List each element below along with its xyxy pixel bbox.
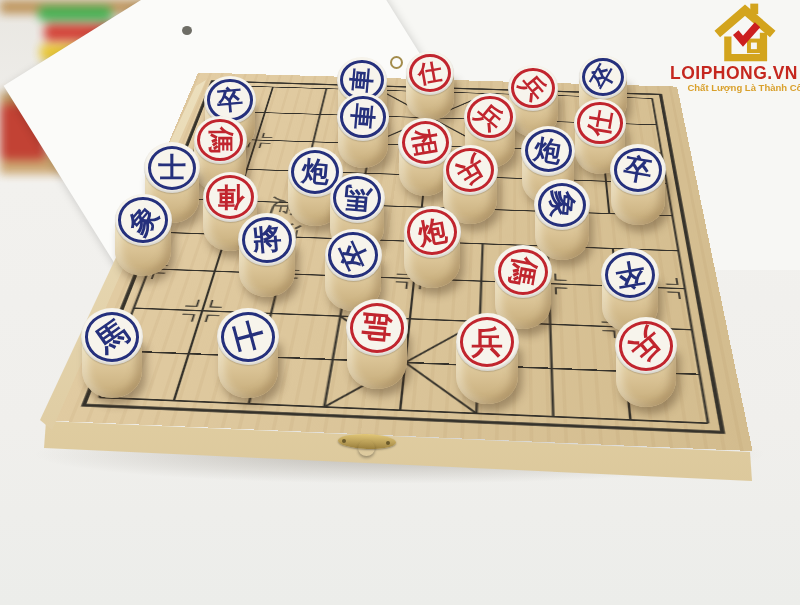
watermark: LOIPHONG.VN Chất Lượng Là Thành Công xyxy=(630,0,800,112)
toy-blur xyxy=(38,6,112,21)
panel-hanging-hole xyxy=(182,26,192,35)
latch-knob xyxy=(358,440,375,456)
house-logo-icon xyxy=(712,2,778,62)
latch-screw xyxy=(386,441,390,445)
river-text-han-jie: 漢 界 xyxy=(532,204,579,254)
hanging-ring xyxy=(390,56,403,69)
brand-tagline: Chất Lượng Là Thành Công xyxy=(687,82,800,93)
brand-text: LOIPHONG.VN xyxy=(670,63,798,84)
latch-screw xyxy=(342,439,346,443)
brass-latch xyxy=(338,432,398,466)
river-text-chu-he: 楚 河 xyxy=(258,196,314,245)
